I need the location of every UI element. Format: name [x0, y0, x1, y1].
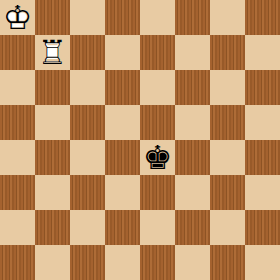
black-king-icon: ♚	[140, 140, 175, 175]
square-d2[interactable]	[105, 210, 140, 245]
square-a4[interactable]	[0, 140, 35, 175]
square-d1[interactable]	[105, 245, 140, 280]
square-e2[interactable]	[140, 210, 175, 245]
square-c2[interactable]	[70, 210, 105, 245]
square-h7[interactable]	[245, 35, 280, 70]
chess-board: ♚♔♜♖♚	[0, 0, 280, 280]
square-c4[interactable]	[70, 140, 105, 175]
white-king[interactable]: ♚♔	[0, 0, 35, 35]
square-c8[interactable]	[70, 0, 105, 35]
white-rook[interactable]: ♜♖	[35, 35, 70, 70]
square-b1[interactable]	[35, 245, 70, 280]
square-b6[interactable]	[35, 70, 70, 105]
square-e7[interactable]	[140, 35, 175, 70]
black-king[interactable]: ♚	[140, 140, 175, 175]
square-g5[interactable]	[210, 105, 245, 140]
square-e3[interactable]	[140, 175, 175, 210]
square-f7[interactable]	[175, 35, 210, 70]
square-g6[interactable]	[210, 70, 245, 105]
square-d5[interactable]	[105, 105, 140, 140]
square-a3[interactable]	[0, 175, 35, 210]
square-c6[interactable]	[70, 70, 105, 105]
square-e6[interactable]	[140, 70, 175, 105]
square-a8[interactable]: ♚♔	[0, 0, 35, 35]
square-h5[interactable]	[245, 105, 280, 140]
square-f5[interactable]	[175, 105, 210, 140]
square-h2[interactable]	[245, 210, 280, 245]
square-b8[interactable]	[35, 0, 70, 35]
square-f6[interactable]	[175, 70, 210, 105]
square-b7[interactable]: ♜♖	[35, 35, 70, 70]
square-b2[interactable]	[35, 210, 70, 245]
square-e8[interactable]	[140, 0, 175, 35]
square-b4[interactable]	[35, 140, 70, 175]
square-c3[interactable]	[70, 175, 105, 210]
square-h1[interactable]	[245, 245, 280, 280]
square-f2[interactable]	[175, 210, 210, 245]
square-g7[interactable]	[210, 35, 245, 70]
square-f1[interactable]	[175, 245, 210, 280]
square-f3[interactable]	[175, 175, 210, 210]
square-e5[interactable]	[140, 105, 175, 140]
square-d4[interactable]	[105, 140, 140, 175]
square-a7[interactable]	[0, 35, 35, 70]
square-d6[interactable]	[105, 70, 140, 105]
square-g3[interactable]	[210, 175, 245, 210]
square-b3[interactable]	[35, 175, 70, 210]
square-d3[interactable]	[105, 175, 140, 210]
square-c7[interactable]	[70, 35, 105, 70]
square-g2[interactable]	[210, 210, 245, 245]
white-rook-icon: ♖	[35, 35, 70, 70]
white-king-icon: ♔	[0, 0, 35, 35]
square-a1[interactable]	[0, 245, 35, 280]
square-h6[interactable]	[245, 70, 280, 105]
square-a6[interactable]	[0, 70, 35, 105]
square-h4[interactable]	[245, 140, 280, 175]
square-e4[interactable]: ♚	[140, 140, 175, 175]
square-c5[interactable]	[70, 105, 105, 140]
square-a2[interactable]	[0, 210, 35, 245]
square-f4[interactable]	[175, 140, 210, 175]
square-d7[interactable]	[105, 35, 140, 70]
square-h8[interactable]	[245, 0, 280, 35]
square-d8[interactable]	[105, 0, 140, 35]
square-c1[interactable]	[70, 245, 105, 280]
square-e1[interactable]	[140, 245, 175, 280]
square-f8[interactable]	[175, 0, 210, 35]
square-a5[interactable]	[0, 105, 35, 140]
square-b5[interactable]	[35, 105, 70, 140]
square-h3[interactable]	[245, 175, 280, 210]
square-g8[interactable]	[210, 0, 245, 35]
square-g4[interactable]	[210, 140, 245, 175]
square-g1[interactable]	[210, 245, 245, 280]
